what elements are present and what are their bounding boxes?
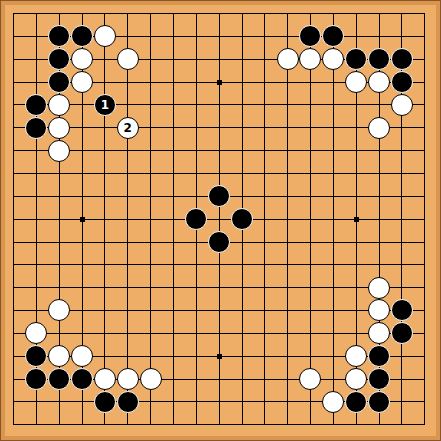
board-intersection[interactable] [185,208,208,231]
stone-black[interactable] [322,25,344,47]
stone-black[interactable] [391,48,413,70]
board-intersection[interactable] [25,322,48,345]
board-intersection[interactable] [48,139,71,162]
board-intersection[interactable] [25,368,48,391]
go-board[interactable]: 12 [0,0,441,441]
stone-white[interactable] [25,322,47,344]
stone-white[interactable] [48,140,70,162]
board-intersection[interactable] [368,299,391,322]
stones-grid: 12 [2,2,436,436]
board-intersection[interactable] [48,93,71,116]
stone-black[interactable] [25,368,47,390]
board-intersection[interactable] [368,345,391,368]
board-intersection[interactable] [345,71,368,94]
board-intersection[interactable] [390,71,413,94]
stone-black[interactable] [25,117,47,139]
stone-white[interactable] [71,48,93,70]
board-intersection[interactable] [93,368,116,391]
board-intersection[interactable] [368,390,391,413]
move-number-label: 1 [101,99,109,111]
stone-white[interactable] [322,391,344,413]
board-intersection[interactable] [116,48,139,71]
stone-white[interactable] [71,345,93,367]
board-intersection[interactable] [25,345,48,368]
board-intersection[interactable] [299,368,322,391]
stone-white[interactable] [345,71,367,93]
stone-black[interactable] [368,368,390,390]
board-intersection[interactable] [48,25,71,48]
board-intersection[interactable] [390,93,413,116]
board-intersection[interactable] [345,390,368,413]
board-intersection[interactable] [71,368,94,391]
board-intersection[interactable] [368,276,391,299]
board-intersection[interactable] [390,48,413,71]
stone-black[interactable] [368,391,390,413]
board-intersection[interactable] [25,93,48,116]
board-intersection[interactable] [368,71,391,94]
stone-black[interactable] [71,25,93,47]
board-intersection[interactable] [368,322,391,345]
board-intersection[interactable] [48,345,71,368]
stone-black[interactable] [48,48,70,70]
board-intersection[interactable] [139,368,162,391]
board-intersection[interactable] [368,368,391,391]
board-intersection[interactable] [48,368,71,391]
stone-black[interactable] [25,94,47,116]
stone-black[interactable] [71,368,93,390]
stone-white[interactable] [117,368,139,390]
board-intersection[interactable] [322,25,345,48]
board-intersection[interactable] [71,25,94,48]
stone-white[interactable] [299,368,321,390]
stone-white[interactable] [277,48,299,70]
stone-black[interactable]: 1 [94,94,116,116]
stone-white[interactable] [299,48,321,70]
board-intersection[interactable] [208,231,231,254]
board-intersection[interactable] [208,185,231,208]
board-intersection[interactable] [322,390,345,413]
stone-white[interactable] [368,277,390,299]
stone-white[interactable] [94,25,116,47]
stone-black[interactable] [208,185,230,207]
board-intersection[interactable] [25,116,48,139]
stone-white[interactable] [391,94,413,116]
stone-white[interactable]: 2 [117,117,139,139]
stone-black[interactable] [391,71,413,93]
board-intersection[interactable] [322,48,345,71]
board-intersection[interactable] [93,390,116,413]
stone-black[interactable] [48,368,70,390]
stone-white[interactable] [140,368,162,390]
board-intersection[interactable] [71,48,94,71]
board-intersection[interactable] [345,345,368,368]
stone-white[interactable] [48,117,70,139]
stone-white[interactable] [368,322,390,344]
stone-white[interactable] [368,117,390,139]
stone-black[interactable] [208,231,230,253]
move-number-label: 2 [124,122,132,134]
stone-white[interactable] [117,48,139,70]
stone-white[interactable] [48,345,70,367]
stone-black[interactable] [94,391,116,413]
board-intersection[interactable] [116,368,139,391]
stone-black[interactable] [299,25,321,47]
stone-black[interactable] [117,391,139,413]
stone-white[interactable] [345,345,367,367]
board-intersection[interactable] [390,299,413,322]
board-intersection[interactable] [48,71,71,94]
board-intersection[interactable] [231,208,254,231]
stone-black[interactable] [48,25,70,47]
board-intersection[interactable]: 1 [93,93,116,116]
stone-black[interactable] [185,208,207,230]
board-intersection[interactable] [345,48,368,71]
stone-black[interactable] [368,345,390,367]
stone-white[interactable] [94,368,116,390]
board-intersection[interactable] [93,25,116,48]
stone-white[interactable] [368,71,390,93]
stone-white[interactable] [48,299,70,321]
stone-white[interactable] [71,71,93,93]
stone-black[interactable] [391,322,413,344]
board-intersection[interactable] [390,322,413,345]
board-intersection[interactable] [299,25,322,48]
board-intersection[interactable] [368,48,391,71]
board-intersection[interactable] [368,116,391,139]
stone-white[interactable] [345,368,367,390]
stone-black[interactable] [391,299,413,321]
board-intersection[interactable]: 2 [116,116,139,139]
board-intersection[interactable] [48,116,71,139]
board-intersection[interactable] [71,71,94,94]
board-intersection[interactable] [71,345,94,368]
board-intersection[interactable] [48,48,71,71]
stone-black[interactable] [48,71,70,93]
stone-black[interactable] [25,345,47,367]
stone-white[interactable] [322,48,344,70]
board-intersection[interactable] [345,368,368,391]
board-intersection[interactable] [48,299,71,322]
stone-black[interactable] [231,208,253,230]
board-intersection[interactable] [299,48,322,71]
stone-black[interactable] [345,48,367,70]
stone-black[interactable] [345,391,367,413]
stone-white[interactable] [368,299,390,321]
board-surface[interactable]: 12 [5,5,436,436]
stone-white[interactable] [48,94,70,116]
stone-black[interactable] [368,48,390,70]
board-intersection[interactable] [116,390,139,413]
board-intersection[interactable] [276,48,299,71]
